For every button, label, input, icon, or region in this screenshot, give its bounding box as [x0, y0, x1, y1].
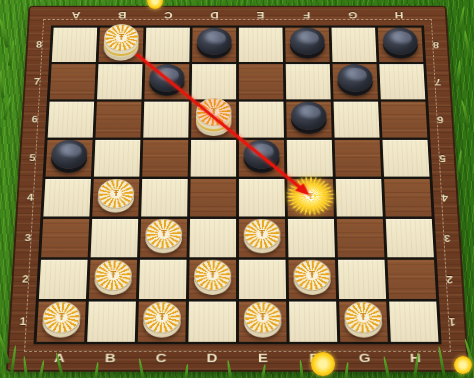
dandelion-flower — [454, 356, 472, 374]
outdoor-scene: ABCDEFGH 87654321 87654321 ŦŦŦŦŦŦŦŦŦŦŦŦŦ… — [0, 0, 474, 378]
play-area: ŦŦŦŦŦŦŦŦŦŦŦŦŦ — [33, 25, 441, 344]
square-a4[interactable] — [43, 179, 91, 217]
square-f6[interactable] — [286, 102, 332, 138]
square-c4[interactable] — [141, 179, 188, 217]
rank-label-right-3: 3 — [434, 219, 459, 257]
square-b5[interactable] — [93, 140, 140, 177]
file-label-top-b: B — [100, 8, 144, 24]
square-c5[interactable] — [142, 140, 188, 177]
square-e1[interactable]: Ŧ — [238, 302, 286, 342]
square-e3[interactable]: Ŧ — [238, 219, 285, 257]
file-label-top-c: C — [146, 8, 190, 24]
white-man-f2[interactable]: Ŧ — [293, 260, 331, 291]
square-g7[interactable] — [332, 64, 377, 99]
sun-emblem: Ŧ — [110, 271, 116, 280]
rank-label-right-6: 6 — [428, 102, 452, 138]
square-b6[interactable] — [95, 102, 141, 138]
square-e6[interactable] — [238, 102, 283, 138]
white-man-d2[interactable]: Ŧ — [193, 260, 230, 291]
square-b8[interactable]: Ŧ — [98, 28, 143, 62]
square-c1[interactable]: Ŧ — [137, 302, 185, 342]
square-g3[interactable] — [336, 219, 384, 257]
sun-emblem: Ŧ — [160, 229, 166, 238]
file-label-bottom-e: E — [238, 347, 286, 368]
checkers-board: ABCDEFGH 87654321 87654321 ŦŦŦŦŦŦŦŦŦŦŦŦŦ… — [8, 7, 467, 370]
square-b2[interactable]: Ŧ — [88, 260, 136, 299]
white-man-c1[interactable]: Ŧ — [142, 302, 180, 334]
square-h7[interactable] — [379, 64, 425, 99]
square-h8[interactable] — [377, 28, 422, 62]
square-h3[interactable] — [385, 219, 433, 257]
square-h4[interactable] — [384, 179, 432, 217]
white-man-e3[interactable]: Ŧ — [243, 219, 280, 249]
square-e5[interactable] — [238, 140, 284, 177]
sun-emblem: Ŧ — [259, 229, 265, 238]
rank-label-right-7: 7 — [426, 64, 450, 99]
top-file-labels: ABCDEFGH — [51, 8, 424, 24]
square-e7[interactable] — [238, 64, 283, 99]
square-g1[interactable]: Ŧ — [339, 302, 388, 342]
square-c7[interactable] — [144, 64, 189, 99]
sun-emblem: Ŧ — [58, 313, 64, 322]
black-man-g7[interactable] — [337, 64, 373, 92]
square-f3[interactable] — [287, 219, 334, 257]
rank-label-left-3: 3 — [14, 219, 39, 257]
file-label-top-h: H — [376, 8, 420, 24]
square-f8[interactable] — [285, 28, 330, 62]
square-g4[interactable] — [335, 179, 382, 217]
board-frame: ABCDEFGH 87654321 87654321 ŦŦŦŦŦŦŦŦŦŦŦŦŦ… — [8, 7, 467, 370]
file-label-top-a: A — [53, 8, 97, 24]
file-label-top-e: E — [238, 8, 282, 24]
square-d8[interactable] — [192, 28, 236, 62]
rank-label-right-8: 8 — [424, 28, 448, 62]
square-b1[interactable] — [87, 302, 136, 342]
square-d6[interactable]: Ŧ — [191, 102, 236, 138]
square-e8[interactable] — [238, 28, 282, 62]
highlight-glow-f4[interactable]: Ŧ — [284, 175, 336, 217]
square-d1[interactable] — [188, 302, 236, 342]
square-g6[interactable] — [333, 102, 379, 138]
bottom-file-labels: ABCDEFGH — [32, 347, 443, 368]
square-c6[interactable] — [143, 102, 189, 138]
rank-label-left-6: 6 — [22, 102, 46, 138]
board-grid: ŦŦŦŦŦŦŦŦŦŦŦŦŦ — [33, 25, 441, 344]
file-label-bottom-c: C — [137, 347, 185, 368]
sun-emblem: Ŧ — [259, 313, 265, 322]
square-h6[interactable] — [380, 102, 426, 138]
square-f2[interactable]: Ŧ — [288, 260, 336, 299]
square-g5[interactable] — [334, 140, 381, 177]
square-f4[interactable]: Ŧ — [287, 179, 334, 217]
rank-label-right-5: 5 — [430, 140, 455, 177]
square-g8[interactable] — [331, 28, 376, 62]
black-man-h8[interactable] — [382, 28, 418, 55]
square-d4[interactable] — [190, 179, 236, 217]
rank-label-right-2: 2 — [436, 260, 462, 299]
rank-label-left-4: 4 — [17, 179, 42, 217]
square-a5[interactable] — [45, 140, 92, 177]
black-man-f6[interactable] — [290, 102, 326, 130]
square-b4[interactable]: Ŧ — [92, 179, 139, 217]
dandelion-flower — [311, 352, 335, 376]
white-man-a1[interactable]: Ŧ — [41, 302, 80, 334]
square-h2[interactable] — [387, 260, 436, 299]
square-e4[interactable] — [238, 179, 284, 217]
square-a8[interactable] — [51, 28, 96, 62]
sun-emblem: Ŧ — [210, 108, 216, 116]
rank-label-left-7: 7 — [24, 64, 48, 99]
sun-emblem: Ŧ — [158, 313, 164, 322]
file-label-top-g: G — [330, 8, 374, 24]
white-king-d6[interactable]: Ŧ — [195, 98, 231, 126]
square-d3[interactable] — [189, 219, 236, 257]
square-d2[interactable]: Ŧ — [188, 260, 235, 299]
square-a6[interactable] — [47, 102, 93, 138]
white-man-b2[interactable]: Ŧ — [94, 260, 132, 291]
square-a7[interactable] — [49, 64, 95, 99]
rank-label-right-1: 1 — [439, 302, 465, 342]
black-man-a5[interactable] — [50, 140, 87, 169]
square-f5[interactable] — [286, 140, 332, 177]
square-g2[interactable] — [337, 260, 385, 299]
white-man-e1[interactable]: Ŧ — [243, 302, 281, 334]
square-d5[interactable] — [190, 140, 236, 177]
square-e2[interactable] — [238, 260, 285, 299]
sun-emblem: Ŧ — [112, 189, 118, 198]
black-man-c7[interactable] — [149, 64, 185, 92]
square-f7[interactable] — [285, 64, 330, 99]
square-h1[interactable] — [389, 302, 438, 342]
sun-emblem: Ŧ — [209, 271, 215, 280]
sun-emblem: Ŧ — [307, 191, 314, 200]
square-a2[interactable] — [38, 260, 87, 299]
rank-label-right-4: 4 — [432, 179, 457, 217]
square-b7[interactable] — [97, 64, 142, 99]
square-c2[interactable] — [138, 260, 186, 299]
black-man-e5[interactable] — [243, 140, 279, 169]
square-c8[interactable] — [145, 28, 190, 62]
square-b3[interactable] — [90, 219, 138, 257]
square-f1[interactable] — [289, 302, 337, 342]
white-man-g1[interactable]: Ŧ — [344, 302, 383, 334]
square-h5[interactable] — [382, 140, 429, 177]
sun-emblem: Ŧ — [308, 271, 314, 280]
rank-label-left-5: 5 — [19, 140, 44, 177]
file-label-top-d: D — [192, 8, 236, 24]
file-label-bottom-b: B — [86, 347, 135, 368]
square-c3[interactable]: Ŧ — [140, 219, 187, 257]
square-a3[interactable] — [41, 219, 89, 257]
file-label-top-f: F — [284, 8, 328, 24]
black-man-f8[interactable] — [289, 28, 324, 55]
white-man-b4[interactable]: Ŧ — [97, 179, 134, 209]
rank-label-left-2: 2 — [12, 260, 38, 299]
sun-emblem: Ŧ — [118, 34, 124, 42]
white-king-b8[interactable]: Ŧ — [103, 24, 139, 51]
white-man-c3[interactable]: Ŧ — [145, 219, 182, 249]
rank-label-left-8: 8 — [26, 28, 50, 62]
black-man-d8[interactable] — [196, 28, 231, 55]
sun-emblem: Ŧ — [360, 313, 366, 322]
square-d7[interactable] — [191, 64, 236, 99]
square-a1[interactable]: Ŧ — [36, 302, 85, 342]
rank-label-left-1: 1 — [9, 302, 35, 342]
